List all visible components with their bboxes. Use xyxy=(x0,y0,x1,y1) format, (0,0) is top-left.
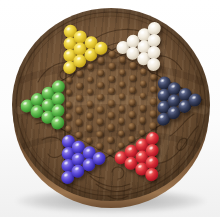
empty-hole[interactable] xyxy=(139,92,146,99)
empty-hole[interactable] xyxy=(119,69,126,76)
empty-hole[interactable] xyxy=(65,113,72,120)
empty-hole[interactable] xyxy=(117,142,124,149)
empty-hole[interactable] xyxy=(150,86,157,93)
empty-hole[interactable] xyxy=(107,136,114,143)
empty-hole[interactable] xyxy=(129,74,136,81)
product-photo-background xyxy=(0,0,220,217)
empty-hole[interactable] xyxy=(97,82,104,89)
empty-hole[interactable] xyxy=(129,62,136,69)
empty-hole[interactable] xyxy=(98,57,105,64)
empty-hole[interactable] xyxy=(76,82,83,89)
empty-hole[interactable] xyxy=(119,81,126,88)
empty-hole[interactable] xyxy=(139,117,146,124)
empty-hole[interactable] xyxy=(150,98,157,105)
empty-hole[interactable] xyxy=(87,88,94,95)
empty-hole[interactable] xyxy=(108,100,115,107)
empty-hole[interactable] xyxy=(118,130,125,137)
empty-hole[interactable] xyxy=(128,136,135,143)
empty-hole[interactable] xyxy=(118,118,125,125)
empty-hole[interactable] xyxy=(150,110,157,117)
game-board xyxy=(12,8,210,201)
empty-hole[interactable] xyxy=(86,137,93,144)
empty-hole[interactable] xyxy=(87,64,94,71)
empty-hole[interactable] xyxy=(97,118,104,125)
empty-hole[interactable] xyxy=(108,75,115,82)
empty-hole[interactable] xyxy=(86,125,93,132)
empty-hole[interactable] xyxy=(150,74,157,81)
empty-hole[interactable] xyxy=(76,119,83,126)
empty-hole[interactable] xyxy=(96,143,103,150)
empty-hole[interactable] xyxy=(66,77,73,84)
empty-hole[interactable] xyxy=(140,68,147,75)
empty-hole[interactable] xyxy=(86,113,93,120)
empty-hole[interactable] xyxy=(77,70,84,77)
empty-hole[interactable] xyxy=(107,124,114,131)
empty-hole[interactable] xyxy=(107,112,114,119)
empty-hole[interactable] xyxy=(118,93,125,100)
empty-hole[interactable] xyxy=(76,107,83,114)
empty-hole[interactable] xyxy=(66,89,73,96)
empty-hole[interactable] xyxy=(98,69,105,76)
empty-hole[interactable] xyxy=(129,99,136,106)
empty-hole[interactable] xyxy=(119,57,126,64)
empty-hole[interactable] xyxy=(107,148,114,155)
empty-hole[interactable] xyxy=(97,106,104,113)
empty-hole[interactable] xyxy=(66,101,73,108)
empty-hole[interactable] xyxy=(108,63,115,70)
empty-hole[interactable] xyxy=(139,129,146,136)
empty-hole[interactable] xyxy=(139,105,146,112)
empty-hole[interactable] xyxy=(149,123,156,130)
empty-hole[interactable] xyxy=(76,131,83,138)
empty-hole[interactable] xyxy=(97,94,104,101)
empty-hole[interactable] xyxy=(87,100,94,107)
empty-hole[interactable] xyxy=(109,51,116,58)
empty-hole[interactable] xyxy=(65,126,72,133)
empty-hole[interactable] xyxy=(129,111,136,118)
empty-hole[interactable] xyxy=(87,76,94,83)
empty-hole[interactable] xyxy=(108,87,115,94)
empty-hole[interactable] xyxy=(128,123,135,130)
empty-hole[interactable] xyxy=(129,87,136,94)
empty-hole[interactable] xyxy=(97,131,104,138)
empty-hole[interactable] xyxy=(76,95,83,102)
empty-hole[interactable] xyxy=(140,80,147,87)
empty-hole[interactable] xyxy=(118,105,125,112)
